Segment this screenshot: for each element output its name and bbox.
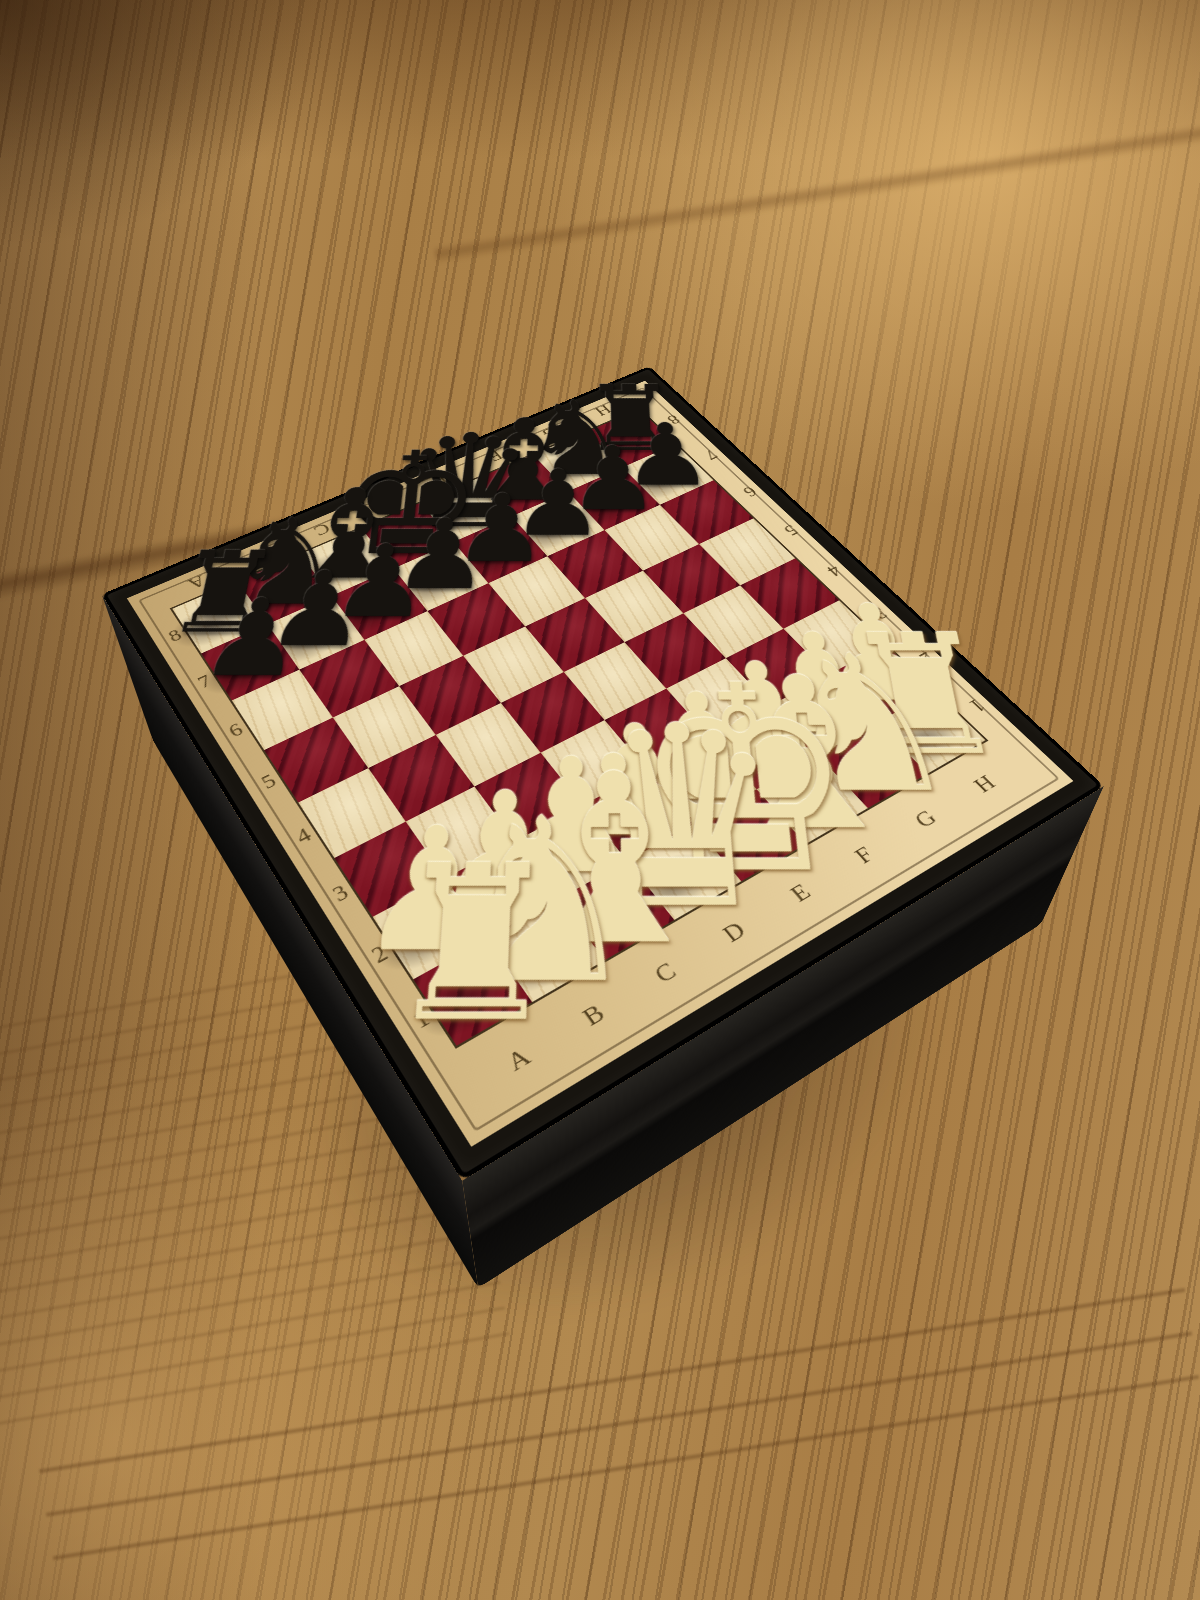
piece-shadow (748, 768, 860, 852)
square-c3[interactable] (474, 753, 582, 841)
square-c4[interactable] (436, 703, 541, 787)
square-a2[interactable]: ♟ (373, 878, 488, 979)
piece-white-king-e1[interactable]: ♚ (630, 655, 874, 914)
square-e3[interactable] (605, 689, 711, 771)
piece-shadow (701, 717, 810, 796)
piece-shadow (572, 784, 685, 869)
piece-shadow (400, 954, 523, 1056)
file-label-d: D (685, 894, 783, 971)
rank-label-1: 1 (378, 979, 456, 1066)
piece-shadow (547, 875, 666, 969)
piece-white-knight-b1[interactable]: ♞ (448, 790, 641, 1018)
square-c2[interactable]: ♟ (515, 805, 627, 899)
piece-shadow (638, 750, 749, 832)
piece-white-queen-d1[interactable]: ♛ (576, 696, 801, 948)
square-a1[interactable]: ♜ (413, 938, 532, 1045)
square-b4[interactable] (368, 735, 474, 822)
file-label-e: E (752, 856, 848, 930)
chess-case: ABCDEFGH ABCDEFGH 87654321 87654321 ♜♞♝♚… (102, 366, 1104, 1180)
piece-white-pawn-e2[interactable]: ♟ (633, 676, 771, 824)
piece-white-rook-a1[interactable]: ♜ (380, 840, 560, 1056)
square-g2[interactable]: ♟ (771, 674, 877, 755)
piece-white-pawn-d2[interactable]: ♟ (571, 707, 707, 860)
square-c1[interactable]: ♝ (559, 861, 675, 960)
file-label-h: H (939, 751, 1029, 817)
rank-label-2: 2 (338, 917, 413, 999)
piece-white-bishop-c1[interactable]: ♝ (515, 745, 720, 981)
piece-shadow (433, 855, 550, 947)
square-h1[interactable]: ♜ (877, 691, 985, 773)
square-b2[interactable]: ♟ (445, 841, 558, 938)
square-f1[interactable]: ♝ (757, 755, 868, 844)
file-label-a: A (466, 1016, 570, 1102)
square-d3[interactable] (541, 720, 648, 805)
square-a3[interactable] (334, 822, 445, 917)
square-e2[interactable]: ♟ (648, 738, 757, 825)
square-d2[interactable]: ♟ (583, 771, 693, 861)
piece-shadow (810, 735, 920, 816)
square-e1[interactable]: ♚ (693, 789, 806, 881)
square-a7[interactable]: ♟ (201, 624, 299, 700)
file-label-f: F (817, 820, 911, 891)
piece-shadow (359, 893, 479, 989)
piece-white-pawn-a2[interactable]: ♟ (354, 807, 504, 978)
rank-label-4: 4 (265, 802, 334, 875)
scene: ABCDEFGH ABCDEFGH 87654321 87654321 ♜♞♝♚… (0, 0, 1200, 1600)
piece-shadow (504, 819, 619, 908)
rank-label-1: 1 (936, 676, 1013, 739)
square-f2[interactable]: ♟ (710, 705, 818, 789)
file-label-g: G (879, 785, 971, 853)
rank-label-5: 5 (232, 750, 299, 819)
photo-of-chess-set: ABCDEFGH ABCDEFGH 87654321 87654321 ♜♞♝♚… (0, 0, 1200, 1600)
piece-shadow (762, 686, 869, 763)
square-b5[interactable] (333, 686, 436, 768)
rank-label-6: 6 (200, 700, 264, 765)
square-a5[interactable] (264, 718, 368, 803)
piece-shadow (683, 802, 797, 889)
square-d1[interactable]: ♛ (627, 824, 741, 920)
file-label-b: B (542, 974, 644, 1057)
square-g1[interactable]: ♞ (818, 723, 928, 808)
file-label-c: C (615, 933, 715, 1013)
piece-shadow (870, 703, 978, 781)
piece-white-pawn-b2[interactable]: ♟ (429, 773, 571, 938)
rank-label-3: 3 (301, 858, 373, 935)
board-face: ABCDEFGH ABCDEFGH 87654321 87654321 ♜♞♝♚… (127, 381, 1074, 1147)
square-a4[interactable] (298, 768, 405, 858)
piece-shadow (475, 914, 596, 1012)
piece-white-pawn-c2[interactable]: ♟ (502, 739, 640, 898)
square-b3[interactable] (406, 787, 516, 879)
piece-shadow (616, 838, 732, 929)
square-b1[interactable]: ♞ (487, 899, 604, 1002)
